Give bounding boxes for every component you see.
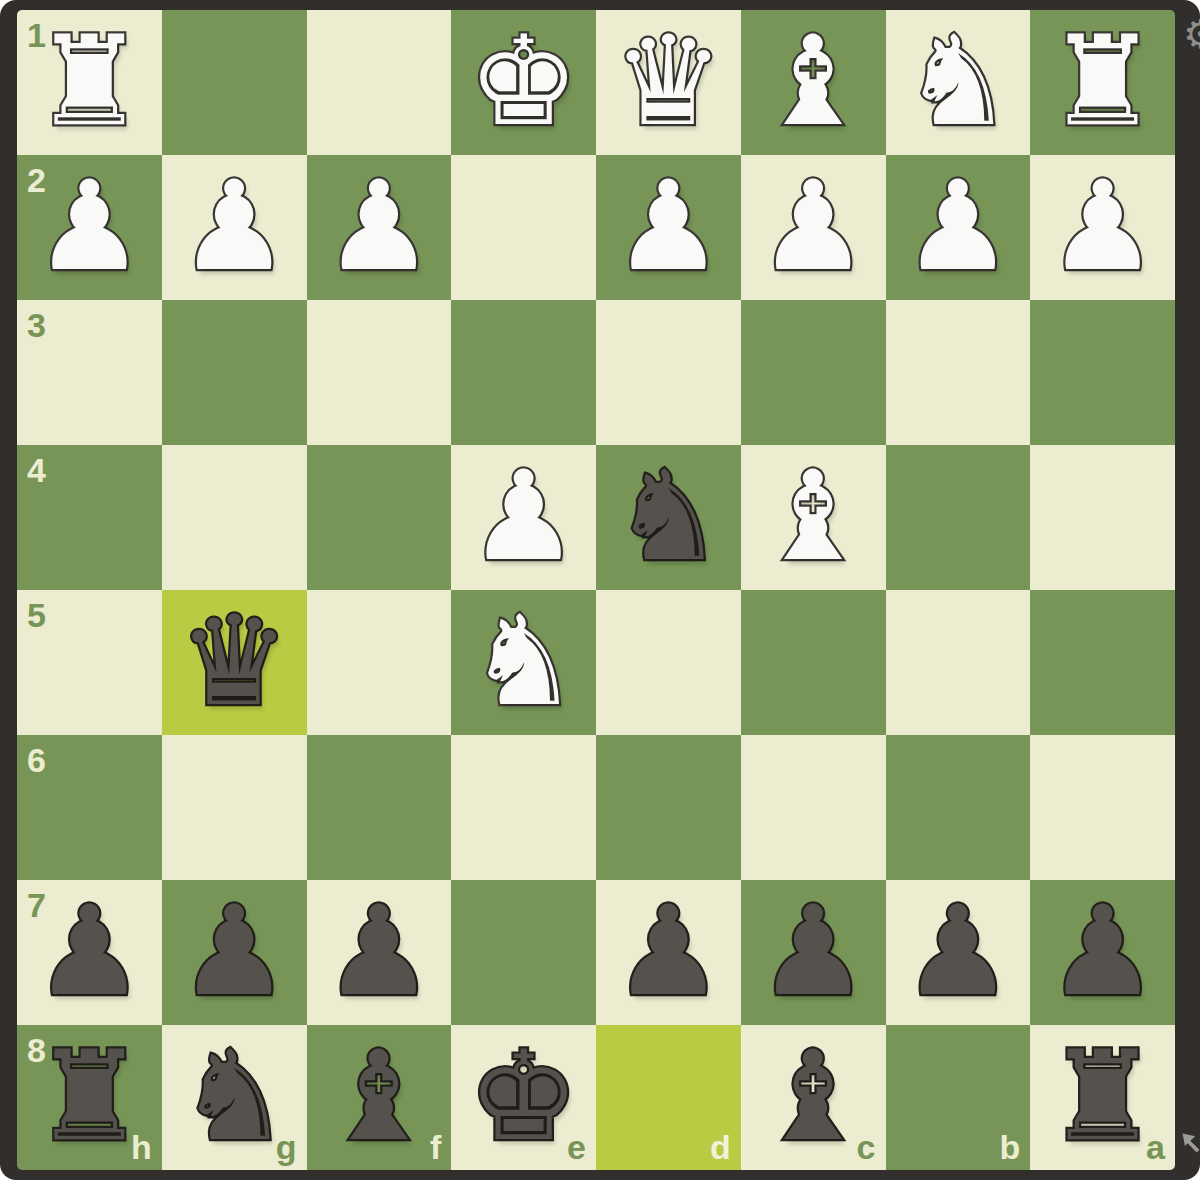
white-bishop[interactable]: ♝︎ — [758, 19, 869, 143]
square-f4[interactable] — [307, 445, 452, 590]
square-b8[interactable]: b — [886, 1025, 1031, 1170]
white-queen[interactable]: ♛︎ — [613, 19, 724, 143]
square-a7[interactable]: ♟︎ — [1030, 880, 1175, 1025]
square-f2[interactable]: ♟︎ — [307, 155, 452, 300]
square-b3[interactable] — [886, 300, 1031, 445]
square-h1[interactable]: 1♜︎ — [17, 10, 162, 155]
square-d7[interactable]: ♟︎ — [596, 880, 741, 1025]
square-d4[interactable]: ♞︎ — [596, 445, 741, 590]
square-a2[interactable]: ♟︎ — [1030, 155, 1175, 300]
black-pawn[interactable]: ♟︎ — [323, 889, 434, 1013]
square-h3[interactable]: 3 — [17, 300, 162, 445]
rank-label-5: 5 — [27, 598, 46, 632]
square-e6[interactable] — [451, 735, 596, 880]
square-f5[interactable] — [307, 590, 452, 735]
square-g6[interactable] — [162, 735, 307, 880]
square-f1[interactable] — [307, 10, 452, 155]
square-d5[interactable] — [596, 590, 741, 735]
file-label-b: b — [999, 1130, 1020, 1164]
rank-label-3: 3 — [27, 308, 46, 342]
square-f6[interactable] — [307, 735, 452, 880]
square-g4[interactable] — [162, 445, 307, 590]
square-f3[interactable] — [307, 300, 452, 445]
square-h4[interactable]: 4 — [17, 445, 162, 590]
square-e8[interactable]: e♚︎ — [451, 1025, 596, 1170]
black-pawn[interactable]: ♟︎ — [179, 889, 290, 1013]
square-g2[interactable]: ♟︎ — [162, 155, 307, 300]
square-b7[interactable]: ♟︎ — [886, 880, 1031, 1025]
square-a3[interactable] — [1030, 300, 1175, 445]
square-b5[interactable] — [886, 590, 1031, 735]
square-h8[interactable]: 8h♜︎ — [17, 1025, 162, 1170]
white-knight[interactable]: ♞︎ — [468, 599, 579, 723]
square-a4[interactable] — [1030, 445, 1175, 590]
black-pawn[interactable]: ♟︎ — [758, 889, 869, 1013]
square-c3[interactable] — [741, 300, 886, 445]
white-king[interactable]: ♚︎ — [468, 19, 579, 143]
square-e4[interactable]: ♟︎ — [451, 445, 596, 590]
square-a1[interactable]: ♜︎ — [1030, 10, 1175, 155]
square-c6[interactable] — [741, 735, 886, 880]
square-e3[interactable] — [451, 300, 596, 445]
white-pawn[interactable]: ♟︎ — [758, 164, 869, 288]
square-d6[interactable] — [596, 735, 741, 880]
black-pawn[interactable]: ♟︎ — [34, 889, 145, 1013]
square-g8[interactable]: g♞︎ — [162, 1025, 307, 1170]
black-knight[interactable]: ♞︎ — [179, 1034, 290, 1158]
square-f8[interactable]: f♝︎ — [307, 1025, 452, 1170]
square-d2[interactable]: ♟︎ — [596, 155, 741, 300]
square-a6[interactable] — [1030, 735, 1175, 880]
white-pawn[interactable]: ♟︎ — [613, 164, 724, 288]
white-rook[interactable]: ♜︎ — [34, 19, 145, 143]
square-d3[interactable] — [596, 300, 741, 445]
square-h5[interactable]: 5 — [17, 590, 162, 735]
square-e2[interactable] — [451, 155, 596, 300]
square-c5[interactable] — [741, 590, 886, 735]
square-h6[interactable]: 6 — [17, 735, 162, 880]
square-c7[interactable]: ♟︎ — [741, 880, 886, 1025]
square-d8[interactable]: d — [596, 1025, 741, 1170]
white-pawn[interactable]: ♟︎ — [468, 454, 579, 578]
black-rook[interactable]: ♜︎ — [1047, 1034, 1158, 1158]
square-g5[interactable]: ♛︎ — [162, 590, 307, 735]
square-b1[interactable]: ♞︎ — [886, 10, 1031, 155]
square-h7[interactable]: 7♟︎ — [17, 880, 162, 1025]
board: 1♜︎♚︎♛︎♝︎♞︎♜︎2♟︎♟︎♟︎♟︎♟︎♟︎♟︎34♟︎♞︎♝︎5♛︎♞… — [17, 10, 1175, 1170]
black-bishop[interactable]: ♝︎ — [758, 1034, 869, 1158]
square-g7[interactable]: ♟︎ — [162, 880, 307, 1025]
white-bishop[interactable]: ♝︎ — [758, 454, 869, 578]
square-a8[interactable]: a♜︎ — [1030, 1025, 1175, 1170]
square-g3[interactable] — [162, 300, 307, 445]
white-pawn[interactable]: ♟︎ — [323, 164, 434, 288]
black-knight[interactable]: ♞︎ — [613, 454, 724, 578]
square-c2[interactable]: ♟︎ — [741, 155, 886, 300]
file-label-d: d — [710, 1130, 731, 1164]
rank-label-6: 6 — [27, 743, 46, 777]
square-b4[interactable] — [886, 445, 1031, 590]
square-h2[interactable]: 2♟︎ — [17, 155, 162, 300]
white-pawn[interactable]: ♟︎ — [1047, 164, 1158, 288]
square-b6[interactable] — [886, 735, 1031, 880]
black-rook[interactable]: ♜︎ — [34, 1034, 145, 1158]
square-f7[interactable]: ♟︎ — [307, 880, 452, 1025]
square-d1[interactable]: ♛︎ — [596, 10, 741, 155]
rank-label-4: 4 — [27, 453, 46, 487]
white-pawn[interactable]: ♟︎ — [902, 164, 1013, 288]
black-bishop[interactable]: ♝︎ — [323, 1034, 434, 1158]
square-c8[interactable]: c♝︎ — [741, 1025, 886, 1170]
square-c4[interactable]: ♝︎ — [741, 445, 886, 590]
square-e1[interactable]: ♚︎ — [451, 10, 596, 155]
black-queen[interactable]: ♛︎ — [179, 599, 290, 723]
square-a5[interactable] — [1030, 590, 1175, 735]
white-knight[interactable]: ♞︎ — [902, 19, 1013, 143]
settings-gear-icon[interactable]: ⚙︎ — [1183, 14, 1200, 54]
square-e7[interactable] — [451, 880, 596, 1025]
square-e5[interactable]: ♞︎ — [451, 590, 596, 735]
cursor-arrow-up-left-icon — [1179, 1130, 1200, 1154]
white-pawn[interactable]: ♟︎ — [34, 164, 145, 288]
square-g1[interactable] — [162, 10, 307, 155]
board-frame: 1♜︎♚︎♛︎♝︎♞︎♜︎2♟︎♟︎♟︎♟︎♟︎♟︎♟︎34♟︎♞︎♝︎5♛︎♞… — [0, 0, 1200, 1180]
white-rook[interactable]: ♜︎ — [1047, 19, 1158, 143]
black-pawn[interactable]: ♟︎ — [1047, 889, 1158, 1013]
white-pawn[interactable]: ♟︎ — [179, 164, 290, 288]
black-pawn[interactable]: ♟︎ — [902, 889, 1013, 1013]
black-pawn[interactable]: ♟︎ — [613, 889, 724, 1013]
square-b2[interactable]: ♟︎ — [886, 155, 1031, 300]
black-king[interactable]: ♚︎ — [468, 1034, 579, 1158]
square-c1[interactable]: ♝︎ — [741, 10, 886, 155]
